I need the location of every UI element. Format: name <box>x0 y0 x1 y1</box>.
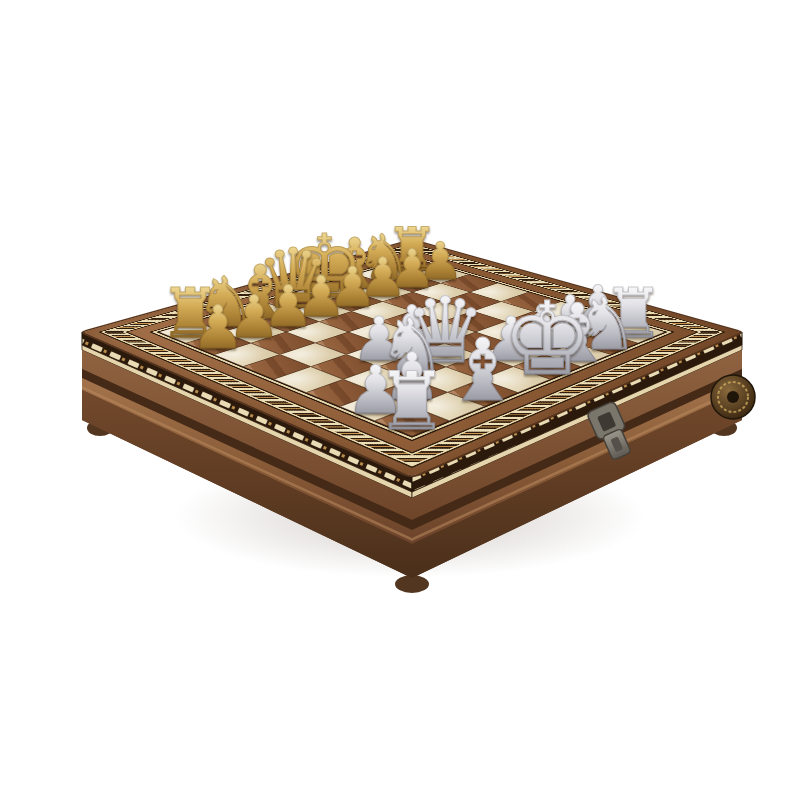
brand-medallion-icon <box>711 375 755 419</box>
product-photo: ♜♞♝♛♚♝♞♜♟♟♟♟♟♟♟♟♟♟♞♛♟♟♟♟♟♟♜♝♚♝♞♜ <box>0 0 800 800</box>
